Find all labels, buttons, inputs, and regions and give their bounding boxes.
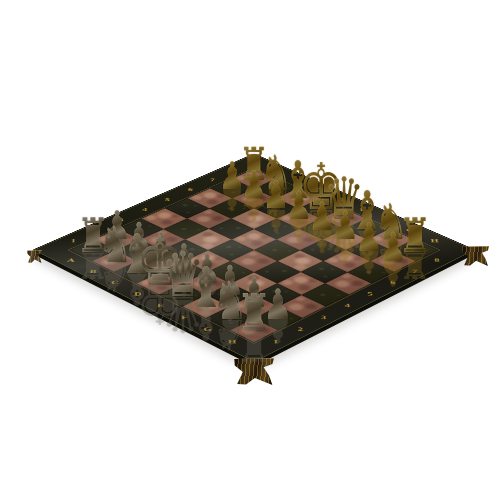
- pieces-layer: ♜♜♞♞♝♝♚♚♛♛♝♝♞♞♜♜♟♟♟♟♟♟♟♟♟♟♟♟♟♟♟♟♟♟♟♟♟♟♟♟…: [0, 0, 500, 500]
- piece-silver-white-rook-h1: ♜: [236, 288, 272, 339]
- piece-gold-black-pawn-h7: ♟: [379, 228, 407, 268]
- product-photo-scene: ABCDEFGH ABCDEFGH 87654321 87654321 ♜♜♞♞…: [0, 0, 500, 500]
